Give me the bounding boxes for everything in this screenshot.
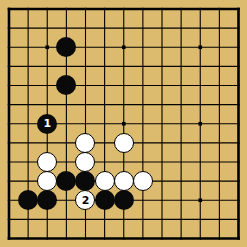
black-stone [56,37,76,57]
white-stone [114,133,134,153]
white-stone [37,171,57,191]
move-number-label: 2 [82,194,90,205]
black-stone [56,171,76,191]
white-stone [133,171,153,191]
go-board: 12 [0,0,247,247]
stones-layer: 12 [0,0,247,247]
white-stone: 2 [75,190,95,210]
white-stone [75,133,95,153]
white-stone [95,171,115,191]
black-stone [18,190,38,210]
black-stone [75,171,95,191]
black-stone [56,75,76,95]
black-stone: 1 [37,114,57,134]
white-stone [75,152,95,172]
black-stone [95,190,115,210]
white-stone [37,152,57,172]
black-stone [114,190,134,210]
white-stone [114,171,134,191]
move-number-label: 1 [43,118,51,129]
black-stone [37,190,57,210]
